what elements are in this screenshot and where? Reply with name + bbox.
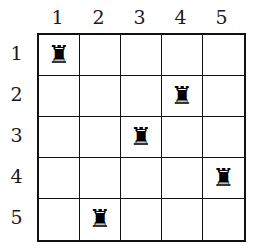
cell-r2c2[interactable]	[80, 76, 121, 117]
row-label-3: 3	[0, 115, 33, 156]
cell-r1c1[interactable]: ♜	[39, 35, 80, 76]
cell-r5c4[interactable]	[162, 199, 203, 240]
rook-puzzle-page: 12345 12345 ♜♜♜♜♜	[0, 0, 261, 250]
cell-r2c3[interactable]	[121, 76, 162, 117]
cell-r1c3[interactable]	[121, 35, 162, 76]
cell-r5c1[interactable]	[39, 199, 80, 240]
row-label-1: 1	[0, 33, 33, 74]
cell-r4c5[interactable]: ♜	[203, 158, 244, 199]
board-grid: ♜♜♜♜♜	[37, 33, 246, 242]
col-label-5: 5	[201, 4, 242, 30]
cell-r3c2[interactable]	[80, 117, 121, 158]
row-label-5: 5	[0, 197, 33, 238]
black-rook-piece: ♜	[171, 83, 193, 108]
col-label-2: 2	[78, 4, 119, 30]
black-rook-piece: ♜	[212, 165, 234, 190]
row-label-2: 2	[0, 74, 33, 115]
cell-r4c3[interactable]	[121, 158, 162, 199]
cell-r5c5[interactable]	[203, 199, 244, 240]
cell-r3c3[interactable]: ♜	[121, 117, 162, 158]
black-rook-piece: ♜	[48, 42, 70, 67]
cell-r4c4[interactable]	[162, 158, 203, 199]
cell-r4c2[interactable]	[80, 158, 121, 199]
col-label-4: 4	[160, 4, 201, 30]
col-label-3: 3	[119, 4, 160, 30]
cell-r1c2[interactable]	[80, 35, 121, 76]
cell-r3c5[interactable]	[203, 117, 244, 158]
cell-r5c3[interactable]	[121, 199, 162, 240]
row-label-4: 4	[0, 156, 33, 197]
cell-r1c4[interactable]	[162, 35, 203, 76]
cell-r2c4[interactable]: ♜	[162, 76, 203, 117]
col-label-1: 1	[37, 4, 78, 30]
cell-r2c5[interactable]	[203, 76, 244, 117]
cell-r2c1[interactable]	[39, 76, 80, 117]
row-labels: 12345	[0, 33, 33, 238]
cell-r3c1[interactable]	[39, 117, 80, 158]
column-labels: 12345	[37, 4, 242, 30]
black-rook-piece: ♜	[130, 124, 152, 149]
cell-r4c1[interactable]	[39, 158, 80, 199]
black-rook-piece: ♜	[89, 206, 111, 231]
cell-r1c5[interactable]	[203, 35, 244, 76]
cell-r3c4[interactable]	[162, 117, 203, 158]
cell-r5c2[interactable]: ♜	[80, 199, 121, 240]
